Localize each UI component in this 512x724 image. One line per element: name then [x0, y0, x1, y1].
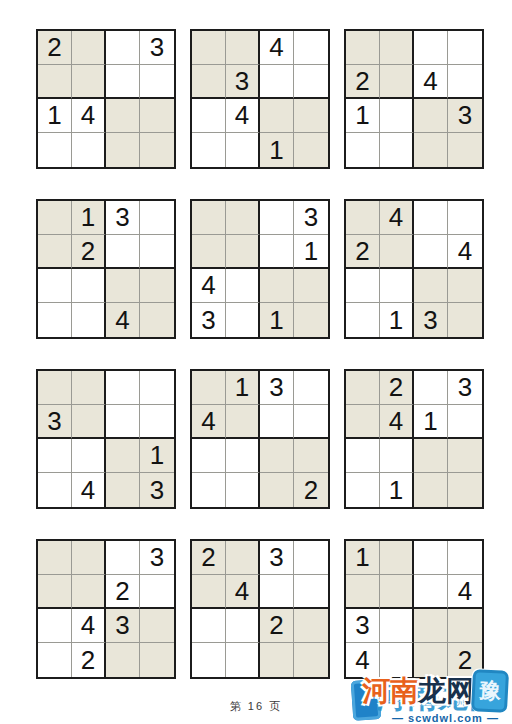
sudoku-cell-r3c2: [72, 269, 106, 303]
sudoku-cell-r3c1: [38, 269, 72, 303]
sudoku-cell-r3c1: 1: [38, 99, 72, 133]
sudoku-cell-r3c2: [226, 439, 260, 473]
sudoku-cell-r1c3: 3: [260, 541, 294, 575]
sudoku-cell-r4c4: [140, 643, 174, 677]
sudoku-cell-r4c1: [38, 643, 72, 677]
sudoku-cell-r1c1: [38, 201, 72, 235]
sudoku-cell-r1c1: [192, 201, 226, 235]
sudoku-cell-r2c2: [226, 405, 260, 439]
sudoku-board-8: 1342: [190, 369, 330, 509]
sudoku-cell-r3c3: [414, 269, 448, 303]
sudoku-cell-r3c2: [380, 99, 414, 133]
sudoku-cell-r4c1: [192, 473, 226, 507]
sudoku-cell-r3c1: [192, 439, 226, 473]
sudoku-cell-r1c3: [414, 371, 448, 405]
sudoku-board-3: 2413: [344, 29, 484, 169]
sudoku-cell-r2c2: 4: [226, 575, 260, 609]
sudoku-cell-r4c2: [226, 643, 260, 677]
sudoku-cell-r3c4: 3: [448, 99, 482, 133]
sudoku-cell-r1c4: 3: [448, 371, 482, 405]
sudoku-board-5: 31431: [190, 199, 330, 339]
sudoku-cell-r1c4: [448, 31, 482, 65]
sudoku-cell-r1c3: 3: [106, 201, 140, 235]
sudoku-board-10: 32432: [36, 539, 176, 679]
sudoku-cell-r1c2: [226, 541, 260, 575]
sudoku-cell-r4c3: [106, 473, 140, 507]
sudoku-cell-r1c2: [72, 541, 106, 575]
sudoku-cell-r3c4: [140, 99, 174, 133]
sudoku-cell-r2c2: [380, 65, 414, 99]
sudoku-cell-r4c1: [346, 303, 380, 337]
sudoku-cell-r3c3: [414, 99, 448, 133]
sudoku-cell-r2c1: 2: [346, 235, 380, 269]
sudoku-cell-r3c2: [380, 609, 414, 643]
sudoku-cell-r4c1: [346, 133, 380, 167]
sudoku-cell-r3c3: 2: [260, 609, 294, 643]
sudoku-cell-r3c3: [260, 99, 294, 133]
sudoku-cell-r2c2: 2: [72, 235, 106, 269]
sudoku-cell-r1c4: 3: [294, 201, 328, 235]
sudoku-cell-r3c4: [294, 269, 328, 303]
sudoku-cell-r2c1: [38, 235, 72, 269]
sudoku-board-11: 2342: [190, 539, 330, 679]
sudoku-cell-r3c1: [346, 439, 380, 473]
sudoku-cell-r1c2: [380, 541, 414, 575]
sudoku-board-9: 23411: [344, 369, 484, 509]
sudoku-cell-r1c2: [380, 31, 414, 65]
sudoku-cell-r2c3: [414, 575, 448, 609]
watermark-site-name: 河南龙网: [362, 672, 474, 710]
sudoku-cell-r3c4: [140, 269, 174, 303]
sudoku-cell-r4c4: [294, 133, 328, 167]
sudoku-cell-r3c1: 3: [346, 609, 380, 643]
sudoku-cell-r2c1: [192, 65, 226, 99]
sudoku-cell-r4c2: [226, 133, 260, 167]
watermark-site-navy: 龙网: [418, 675, 474, 706]
sudoku-cell-r4c3: [260, 473, 294, 507]
sudoku-cell-r4c1: [192, 133, 226, 167]
sudoku-cell-r2c1: [192, 235, 226, 269]
sudoku-cell-r1c2: [226, 201, 260, 235]
sudoku-cell-r2c1: 3: [38, 405, 72, 439]
sudoku-cell-r1c1: 2: [192, 541, 226, 575]
sudoku-cell-r4c4: 3: [140, 473, 174, 507]
sudoku-cell-r3c3: [106, 439, 140, 473]
sudoku-cell-r2c3: [260, 405, 294, 439]
sudoku-cell-r2c3: 4: [414, 65, 448, 99]
sudoku-cell-r3c3: [106, 99, 140, 133]
sudoku-cell-r3c3: [260, 269, 294, 303]
watermark-site-red: 河南: [362, 675, 418, 706]
sudoku-cell-r2c4: [294, 405, 328, 439]
sudoku-cell-r2c4: [448, 405, 482, 439]
sudoku-board-6: 42413: [344, 199, 484, 339]
sudoku-cell-r1c1: 2: [38, 31, 72, 65]
sudoku-cell-r4c3: 4: [106, 303, 140, 337]
worksheet-page: 2314434124131324314314241331431342234113…: [0, 0, 512, 724]
sudoku-cell-r4c4: 2: [294, 473, 328, 507]
sudoku-cell-r4c4: [140, 303, 174, 337]
sudoku-cell-r1c1: [346, 31, 380, 65]
sudoku-cell-r2c2: 3: [226, 65, 260, 99]
sudoku-cell-r2c2: [72, 575, 106, 609]
watermark: 河南龙网 ——学堂上名师 河南龙网 豫 — scwdwl.com —: [350, 668, 512, 724]
sudoku-cell-r1c4: [140, 371, 174, 405]
sudoku-cell-r2c3: [414, 235, 448, 269]
sudoku-cell-r3c2: 4: [226, 99, 260, 133]
sudoku-cell-r4c2: [226, 473, 260, 507]
sudoku-cell-r3c4: [294, 609, 328, 643]
sudoku-cell-r2c4: [140, 405, 174, 439]
sudoku-cell-r1c4: 3: [140, 541, 174, 575]
sudoku-cell-r1c2: 1: [226, 371, 260, 405]
sudoku-cell-r1c3: [260, 201, 294, 235]
sudoku-cell-r4c1: [38, 473, 72, 507]
sudoku-cell-r4c4: [294, 303, 328, 337]
sudoku-cell-r1c4: [448, 541, 482, 575]
sudoku-cell-r3c2: [72, 439, 106, 473]
sudoku-cell-r3c4: 1: [140, 439, 174, 473]
sudoku-board-2: 4341: [190, 29, 330, 169]
sudoku-board-1: 2314: [36, 29, 176, 169]
sudoku-cell-r3c4: [140, 609, 174, 643]
sudoku-cell-r2c3: 2: [106, 575, 140, 609]
sudoku-cell-r1c2: [72, 31, 106, 65]
sudoku-cell-r2c2: [380, 575, 414, 609]
sudoku-cell-r1c2: [72, 371, 106, 405]
sudoku-cell-r4c3: [106, 133, 140, 167]
sudoku-cell-r2c2: 4: [380, 405, 414, 439]
sudoku-cell-r3c3: [414, 439, 448, 473]
sudoku-cell-r1c1: [346, 201, 380, 235]
sudoku-cell-r4c3: 3: [414, 303, 448, 337]
sudoku-cell-r3c1: [192, 609, 226, 643]
sudoku-cell-r4c4: [140, 133, 174, 167]
sudoku-board-7: 3143: [36, 369, 176, 509]
sudoku-cell-r2c2: [72, 65, 106, 99]
sudoku-cell-r3c4: [448, 609, 482, 643]
sudoku-cell-r3c4: [448, 439, 482, 473]
sudoku-cell-r3c2: 4: [72, 609, 106, 643]
sudoku-cell-r2c4: 1: [294, 235, 328, 269]
sudoku-cell-r1c1: [346, 371, 380, 405]
sudoku-cell-r2c2: [380, 235, 414, 269]
sudoku-cell-r2c3: [260, 235, 294, 269]
sudoku-cell-r1c4: [140, 201, 174, 235]
sudoku-cell-r4c3: 1: [260, 303, 294, 337]
sudoku-cell-r3c3: 3: [106, 609, 140, 643]
sudoku-cell-r3c1: 4: [192, 269, 226, 303]
sudoku-cell-r3c3: [260, 439, 294, 473]
sudoku-cell-r1c4: [294, 31, 328, 65]
sudoku-cell-r4c1: [346, 473, 380, 507]
sudoku-cell-r4c1: [38, 303, 72, 337]
sudoku-cell-r1c2: 2: [380, 371, 414, 405]
sudoku-cell-r1c3: [106, 541, 140, 575]
sudoku-cell-r2c3: [106, 235, 140, 269]
sudoku-cell-r4c1: 3: [192, 303, 226, 337]
sudoku-cell-r4c4: [448, 303, 482, 337]
sudoku-cell-r2c1: 2: [346, 65, 380, 99]
sudoku-cell-r2c4: [140, 575, 174, 609]
sudoku-cell-r2c1: 4: [192, 405, 226, 439]
sudoku-cell-r2c1: [346, 405, 380, 439]
sudoku-cell-r3c1: [38, 609, 72, 643]
sudoku-cell-r1c4: [294, 541, 328, 575]
sudoku-cell-r4c2: 1: [380, 473, 414, 507]
sudoku-cell-r1c3: [414, 31, 448, 65]
sudoku-cell-r1c4: 3: [140, 31, 174, 65]
sudoku-board-4: 1324: [36, 199, 176, 339]
watermark-url: — scwdwl.com —: [392, 712, 499, 724]
sudoku-cell-r2c4: 4: [448, 575, 482, 609]
puzzle-grid-container: 2314434124131324314314241331431342234113…: [36, 29, 484, 679]
sudoku-cell-r2c3: [106, 65, 140, 99]
sudoku-cell-r1c3: 4: [260, 31, 294, 65]
sudoku-cell-r4c3: [414, 473, 448, 507]
sudoku-cell-r3c4: [448, 269, 482, 303]
sudoku-cell-r4c4: [448, 133, 482, 167]
sudoku-cell-r2c3: [106, 405, 140, 439]
sudoku-cell-r3c4: [294, 99, 328, 133]
sudoku-cell-r1c1: [192, 371, 226, 405]
sudoku-cell-r2c4: 4: [448, 235, 482, 269]
sudoku-cell-r4c2: [72, 133, 106, 167]
sudoku-cell-r4c2: [226, 303, 260, 337]
sudoku-cell-r2c1: [192, 575, 226, 609]
sudoku-cell-r4c2: [380, 133, 414, 167]
sudoku-cell-r3c2: [380, 269, 414, 303]
sudoku-cell-r1c4: [294, 371, 328, 405]
sudoku-cell-r1c3: 3: [260, 371, 294, 405]
sudoku-cell-r2c3: [260, 575, 294, 609]
sudoku-cell-r1c2: 1: [72, 201, 106, 235]
sudoku-cell-r2c3: [260, 65, 294, 99]
sudoku-cell-r4c2: 4: [72, 473, 106, 507]
sudoku-cell-r2c4: [448, 65, 482, 99]
sudoku-cell-r1c1: [38, 371, 72, 405]
sudoku-cell-r3c1: [38, 439, 72, 473]
sudoku-cell-r4c3: [260, 643, 294, 677]
sudoku-cell-r1c2: 4: [380, 201, 414, 235]
sudoku-cell-r1c3: [106, 371, 140, 405]
sudoku-cell-r2c1: [38, 575, 72, 609]
sudoku-cell-r2c1: [346, 575, 380, 609]
sudoku-cell-r2c3: 1: [414, 405, 448, 439]
sudoku-cell-r4c2: 1: [380, 303, 414, 337]
sudoku-cell-r2c4: [294, 575, 328, 609]
sudoku-cell-r3c1: 1: [346, 99, 380, 133]
sudoku-cell-r4c3: [414, 133, 448, 167]
watermark-stamp-icon: 豫: [471, 669, 509, 713]
sudoku-cell-r1c2: [226, 31, 260, 65]
sudoku-cell-r4c4: [448, 473, 482, 507]
sudoku-cell-r2c4: [140, 235, 174, 269]
sudoku-cell-r4c4: [294, 643, 328, 677]
sudoku-cell-r3c4: [294, 439, 328, 473]
sudoku-cell-r4c2: 2: [72, 643, 106, 677]
sudoku-cell-r2c4: [294, 65, 328, 99]
sudoku-board-12: 14342: [344, 539, 484, 679]
sudoku-cell-r2c2: [226, 235, 260, 269]
sudoku-cell-r4c2: [72, 303, 106, 337]
sudoku-cell-r2c4: [140, 65, 174, 99]
sudoku-cell-r1c4: [448, 201, 482, 235]
sudoku-cell-r4c3: 1: [260, 133, 294, 167]
sudoku-cell-r3c2: 4: [72, 99, 106, 133]
sudoku-cell-r3c2: [226, 269, 260, 303]
sudoku-cell-r1c3: [106, 31, 140, 65]
sudoku-cell-r4c3: [106, 643, 140, 677]
sudoku-cell-r1c1: [38, 541, 72, 575]
sudoku-cell-r3c2: [226, 609, 260, 643]
sudoku-cell-r1c3: [414, 201, 448, 235]
sudoku-cell-r1c1: [192, 31, 226, 65]
sudoku-cell-r4c1: [38, 133, 72, 167]
sudoku-cell-r2c2: [72, 405, 106, 439]
sudoku-cell-r3c3: [106, 269, 140, 303]
sudoku-cell-r2c1: [38, 65, 72, 99]
sudoku-cell-r3c2: [380, 439, 414, 473]
sudoku-cell-r1c3: [414, 541, 448, 575]
sudoku-cell-r3c1: [192, 99, 226, 133]
sudoku-cell-r3c1: [346, 269, 380, 303]
sudoku-cell-r1c1: 1: [346, 541, 380, 575]
sudoku-cell-r4c1: [192, 643, 226, 677]
sudoku-cell-r3c3: [414, 609, 448, 643]
